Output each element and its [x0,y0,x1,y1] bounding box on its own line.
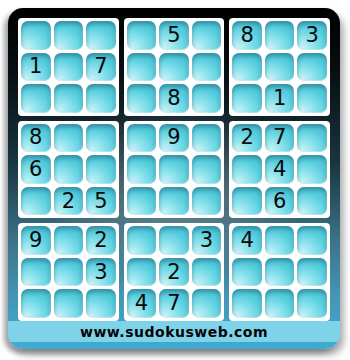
cell-r2c3[interactable]: 7 [86,53,116,82]
cell-r7c9[interactable] [297,226,327,255]
sudoku-grid: 175883186259274692332474 [18,18,330,321]
cell-r9c5[interactable]: 7 [159,289,189,318]
sudoku-box-1-3: 831 [229,18,330,116]
cell-r5c9[interactable] [297,155,327,184]
cell-r7c1[interactable]: 9 [21,226,51,255]
cell-r4c3[interactable] [86,124,116,153]
cell-r3c3[interactable] [86,84,116,113]
cell-r1c6[interactable] [192,21,222,50]
cell-r5c6[interactable] [192,155,222,184]
cell-r3c5[interactable]: 8 [159,84,189,113]
cell-r4c8[interactable]: 7 [265,124,295,153]
cell-r3c4[interactable] [127,84,157,113]
cell-r9c3[interactable] [86,289,116,318]
cell-r4c5[interactable]: 9 [159,124,189,153]
cell-r6c5[interactable] [159,187,189,216]
cell-r4c6[interactable] [192,124,222,153]
sudoku-box-2-1: 8625 [18,121,119,219]
cell-r5c7[interactable] [232,155,262,184]
cell-r4c4[interactable] [127,124,157,153]
cell-r5c4[interactable] [127,155,157,184]
sudoku-box-3-2: 3247 [124,223,225,321]
cell-r1c8[interactable] [265,21,295,50]
cell-r9c1[interactable] [21,289,51,318]
cell-r5c3[interactable] [86,155,116,184]
sudoku-box-3-1: 923 [18,223,119,321]
sudoku-box-3-3: 4 [229,223,330,321]
cell-r7c2[interactable] [54,226,84,255]
cell-r7c7[interactable]: 4 [232,226,262,255]
cell-r8c7[interactable] [232,258,262,287]
cell-r9c2[interactable] [54,289,84,318]
cell-r4c7[interactable]: 2 [232,124,262,153]
cell-r3c2[interactable] [54,84,84,113]
cell-r6c2[interactable]: 2 [54,187,84,216]
cell-r1c9[interactable]: 3 [297,21,327,50]
cell-r9c6[interactable] [192,289,222,318]
cell-r6c1[interactable] [21,187,51,216]
cell-r5c8[interactable]: 4 [265,155,295,184]
sudoku-board: 175883186259274692332474 www.sudokusweb.… [8,8,340,349]
cell-r1c4[interactable] [127,21,157,50]
cell-r5c2[interactable] [54,155,84,184]
cell-r2c2[interactable] [54,53,84,82]
cell-r2c5[interactable] [159,53,189,82]
cell-r4c2[interactable] [54,124,84,153]
cell-r9c8[interactable] [265,289,295,318]
cell-r1c7[interactable]: 8 [232,21,262,50]
cell-r6c7[interactable] [232,187,262,216]
cell-r6c9[interactable] [297,187,327,216]
cell-r2c8[interactable] [265,53,295,82]
footer-bar: www.sudokusweb.com [8,321,340,342]
website-link[interactable]: www.sudokusweb.com [80,324,268,340]
cell-r6c8[interactable]: 6 [265,187,295,216]
sudoku-box-2-3: 2746 [229,121,330,219]
sudoku-box-2-2: 9 [124,121,225,219]
cell-r7c4[interactable] [127,226,157,255]
cell-r7c8[interactable] [265,226,295,255]
sudoku-box-1-2: 58 [124,18,225,116]
cell-r4c9[interactable] [297,124,327,153]
cell-r1c3[interactable] [86,21,116,50]
cell-r6c3[interactable]: 5 [86,187,116,216]
cell-r3c8[interactable]: 1 [265,84,295,113]
cell-r8c4[interactable] [127,258,157,287]
cell-r9c9[interactable] [297,289,327,318]
cell-r6c4[interactable] [127,187,157,216]
cell-r8c8[interactable] [265,258,295,287]
cell-r2c6[interactable] [192,53,222,82]
cell-r3c6[interactable] [192,84,222,113]
cell-r7c5[interactable] [159,226,189,255]
cell-r2c4[interactable] [127,53,157,82]
cell-r2c7[interactable] [232,53,262,82]
cell-r8c1[interactable] [21,258,51,287]
cell-r3c9[interactable] [297,84,327,113]
sudoku-box-1-1: 17 [18,18,119,116]
cell-r1c2[interactable] [54,21,84,50]
cell-r9c4[interactable]: 4 [127,289,157,318]
cell-r2c1[interactable]: 1 [21,53,51,82]
cell-r9c7[interactable] [232,289,262,318]
cell-r8c2[interactable] [54,258,84,287]
cell-r1c1[interactable] [21,21,51,50]
cell-r8c9[interactable] [297,258,327,287]
cell-r8c3[interactable]: 3 [86,258,116,287]
cell-r2c9[interactable] [297,53,327,82]
cell-r5c1[interactable]: 6 [21,155,51,184]
cell-r5c5[interactable] [159,155,189,184]
cell-r7c6[interactable]: 3 [192,226,222,255]
cell-r3c7[interactable] [232,84,262,113]
cell-r7c3[interactable]: 2 [86,226,116,255]
cell-r8c6[interactable] [192,258,222,287]
cell-r1c5[interactable]: 5 [159,21,189,50]
cell-r6c6[interactable] [192,187,222,216]
cell-r8c5[interactable]: 2 [159,258,189,287]
cell-r3c1[interactable] [21,84,51,113]
cell-r4c1[interactable]: 8 [21,124,51,153]
